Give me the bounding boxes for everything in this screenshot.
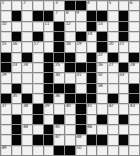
cell-r14-c1[interactable] [12,146,22,155]
cell-r9-c1[interactable]: 35 [12,94,22,103]
cell-r6-c4 [44,63,54,72]
cell-r13-c0[interactable] [1,135,11,144]
cell-r12-c7 [76,125,86,134]
cell-r11-c5 [54,115,64,124]
cell-r3-c4[interactable] [44,32,54,41]
clue-number-8: 8 [66,11,68,16]
cell-r7-c6[interactable] [65,73,75,82]
clue-number-40: 40 [66,104,71,109]
cell-r10-c7 [76,104,86,113]
cell-r7-c7[interactable]: 31 [76,73,86,82]
cell-r5-c11[interactable] [119,53,129,62]
cell-r11-c7 [76,115,86,124]
cell-r13-c6[interactable] [65,135,75,144]
cell-r8-c5 [54,84,64,93]
cell-r9-c11[interactable] [119,94,129,103]
clue-number-6: 6 [130,1,132,6]
cell-r0-c4[interactable] [44,1,54,10]
cell-r6-c11 [119,63,129,72]
cell-r1-c6[interactable]: 8 [65,11,75,20]
cell-r6-c6 [65,63,75,72]
clue-number-39: 39 [44,104,49,109]
cell-r9-c7 [76,94,86,103]
cell-r4-c8[interactable] [87,42,97,51]
cell-r10-c4[interactable]: 39 [44,104,54,113]
clue-number-44: 44 [23,125,28,130]
cell-r3-c6[interactable] [65,32,75,41]
cell-r10-c6[interactable]: 40 [65,104,75,113]
cell-r10-c9[interactable] [97,104,107,113]
cell-r7-c2[interactable] [22,73,32,82]
clue-number-45: 45 [55,125,60,130]
cell-r3-c1 [12,32,22,41]
cell-r14-c8[interactable] [87,146,97,155]
cell-r10-c2[interactable]: 38 [22,104,32,113]
cell-r13-c11 [119,135,129,144]
cell-r4-c12[interactable] [129,42,139,51]
cell-r12-c6[interactable] [65,125,75,134]
cell-r8-c4 [44,84,54,93]
cell-r2-c5 [54,22,64,31]
cell-r12-c10[interactable] [108,125,118,134]
cell-r5-c4 [44,53,54,62]
cell-r3-c10[interactable] [108,32,118,41]
cell-r0-c8[interactable]: 4 [87,1,97,10]
cell-r7-c1[interactable] [12,73,22,82]
cell-r11-c10[interactable] [108,115,118,124]
clue-number-32: 32 [98,73,103,78]
cell-r6-c5[interactable]: 25 [54,63,64,72]
cell-r12-c5[interactable]: 45 [54,125,64,134]
cell-r9-c2 [22,94,32,103]
cell-r5-c6 [65,53,75,62]
cell-r8-c7[interactable] [76,84,86,93]
cell-r14-c11[interactable] [119,146,129,155]
cell-r4-c11[interactable]: 21 [119,42,129,51]
clue-number-34: 34 [98,84,103,89]
cell-r1-c5[interactable]: 7 [54,11,64,20]
cell-r1-c7[interactable]: 9 [76,11,86,20]
cell-r10-c1[interactable] [12,104,22,113]
cell-r4-c3[interactable]: 17 [33,42,43,51]
cell-r14-c2[interactable] [22,146,32,155]
cell-r0-c12[interactable]: 6 [129,1,139,10]
clue-number-3: 3 [55,1,57,6]
cell-r10-c3 [33,104,43,113]
cell-r8-c12 [129,84,139,93]
cell-r12-c1 [12,125,22,134]
cell-r1-c12[interactable] [129,11,139,20]
cell-r2-c2[interactable] [22,22,32,31]
clue-number-48: 48 [76,135,81,140]
cell-r10-c11[interactable] [119,104,129,113]
cell-r2-c12[interactable] [129,22,139,31]
clue-number-7: 7 [55,11,57,16]
cell-r7-c4 [44,73,54,82]
clue-number-38: 38 [23,104,28,109]
cell-r1-c0[interactable] [1,11,11,20]
cell-r10-c8[interactable]: 41 [87,104,97,113]
cell-r10-c12[interactable]: 43 [129,104,139,113]
cell-r14-c0[interactable]: 49 [1,146,11,155]
clue-number-28: 28 [130,63,135,68]
cell-r5-c12 [129,53,139,62]
clue-number-31: 31 [76,73,81,78]
clue-number-17: 17 [34,42,39,47]
cell-r0-c0[interactable]: 1 [1,1,11,10]
cell-r2-c1[interactable] [12,22,22,31]
cell-r3-c0[interactable] [1,32,11,41]
cell-r2-c11 [119,22,129,31]
cell-r6-c7 [76,63,86,72]
clue-number-47: 47 [55,135,60,140]
cell-r13-c7[interactable]: 48 [76,135,86,144]
cell-r5-c9[interactable]: 22 [97,53,107,62]
clue-number-10: 10 [2,22,7,27]
cell-r3-c5 [54,32,64,41]
cell-r2-c4[interactable]: 11 [44,22,54,31]
cell-r9-c9[interactable] [97,94,107,103]
cell-r7-c11[interactable]: 33 [119,73,129,82]
clue-number-42: 42 [108,104,113,109]
cell-r8-c2[interactable] [22,84,32,93]
cell-r6-c2[interactable]: 24 [22,63,32,72]
cell-r5-c0 [1,53,11,62]
cell-r12-c11[interactable] [119,125,129,134]
cell-r13-c12[interactable] [129,135,139,144]
clue-number-36: 36 [55,94,60,99]
clue-number-1: 1 [2,1,4,6]
clue-number-33: 33 [119,73,124,78]
clue-number-19: 19 [76,42,81,47]
clue-number-13: 13 [98,22,103,27]
cell-r5-c8 [87,53,97,62]
cell-r14-c10[interactable] [108,146,118,155]
clue-number-2: 2 [23,1,25,6]
cell-r13-c1 [12,135,22,144]
clue-number-23: 23 [12,63,17,68]
cell-r6-c9[interactable]: 26 [97,63,107,72]
cell-r0-c7 [76,1,86,10]
cell-r0-c3[interactable] [33,1,43,10]
clue-number-35: 35 [12,94,17,99]
cell-r7-c5[interactable]: 30 [54,73,64,82]
clue-number-16: 16 [12,42,17,47]
cell-r9-c0 [1,94,11,103]
cell-r9-c5[interactable]: 36 [54,94,64,103]
cell-r12-c9[interactable] [97,125,107,134]
cell-r6-c10[interactable]: 27 [108,63,118,72]
cell-r7-c8 [87,73,97,82]
clue-number-37: 37 [2,104,7,109]
cell-r11-c4[interactable] [44,115,54,124]
cell-r5-c2 [22,53,32,62]
cell-r4-c9 [97,42,107,51]
cell-r2-c9[interactable]: 13 [97,22,107,31]
cell-r13-c2[interactable] [22,135,32,144]
clue-number-15: 15 [2,42,7,47]
cell-r11-c0[interactable] [1,115,11,124]
cell-r7-c10[interactable] [108,73,118,82]
cell-r7-c9[interactable]: 32 [97,73,107,82]
clue-number-21: 21 [119,42,124,47]
cell-r12-c4 [44,125,54,134]
cell-r4-c5 [54,42,64,51]
cell-r2-c6[interactable]: 12 [65,22,75,31]
cell-r1-c9 [97,11,107,20]
cell-r4-c2[interactable] [22,42,32,51]
cell-r12-c12[interactable] [129,125,139,134]
cell-r4-c7[interactable]: 19 [76,42,86,51]
clue-number-43: 43 [130,104,135,109]
cell-r0-c1[interactable] [12,1,22,10]
clue-number-25: 25 [55,63,60,68]
cell-r10-c10[interactable]: 42 [108,104,118,113]
cell-r14-c5 [54,146,64,155]
cell-r4-c4[interactable] [44,42,54,51]
cell-r4-c6[interactable]: 18 [65,42,75,51]
cell-r11-c3 [33,115,43,124]
cell-r0-c2[interactable]: 2 [22,1,32,10]
cell-r4-c1[interactable]: 16 [12,42,22,51]
cell-r7-c3[interactable] [33,73,43,82]
clue-number-5: 5 [108,1,110,6]
cell-r5-c1[interactable] [12,53,22,62]
cell-r13-c4 [44,135,54,144]
cell-r8-c10[interactable] [108,84,118,93]
clue-number-18: 18 [66,42,71,47]
cell-r4-c10[interactable]: 20 [108,42,118,51]
clue-number-30: 30 [55,73,60,78]
cell-r3-c12[interactable] [129,32,139,41]
cell-r3-c2[interactable] [22,32,32,41]
cell-r9-c10 [108,94,118,103]
cell-r13-c5[interactable]: 47 [54,135,64,144]
cell-r6-c12[interactable]: 28 [129,63,139,72]
cell-r13-c8 [87,135,97,144]
cell-r14-c6 [65,146,75,155]
cell-r2-c10[interactable] [108,22,118,31]
cell-r14-c4[interactable] [44,146,54,155]
cell-r9-c6 [65,94,75,103]
clue-number-22: 22 [98,53,103,58]
cell-r0-c11[interactable] [119,1,129,10]
cell-r9-c12 [129,94,139,103]
cell-r2-c3[interactable] [33,22,43,31]
clue-number-50: 50 [76,146,81,151]
cell-r1-c3 [33,11,43,20]
cell-r4-c0[interactable]: 15 [1,42,11,51]
cell-r8-c3[interactable] [33,84,43,93]
cell-r8-c9[interactable]: 34 [97,84,107,93]
cell-r10-c5[interactable] [54,104,64,113]
cell-r11-c2[interactable] [22,115,32,124]
cell-r14-c9[interactable] [97,146,107,155]
cell-r1-c1 [12,11,22,20]
cell-r6-c8 [87,63,97,72]
cell-r0-c9[interactable] [97,1,107,10]
clue-number-41: 41 [87,104,92,109]
cell-r12-c8[interactable]: 46 [87,125,97,134]
cell-r0-c6 [65,1,75,10]
cell-r11-c9 [97,115,107,124]
cell-r3-c11 [119,32,129,41]
cell-r3-c9 [97,32,107,41]
cell-r6-c3[interactable] [33,63,43,72]
cell-r8-c6 [65,84,75,93]
cell-r1-c11 [119,11,129,20]
cell-r0-c10[interactable]: 5 [108,1,118,10]
clue-number-11: 11 [44,22,49,27]
cell-r6-c1[interactable]: 23 [12,63,22,72]
cell-r6-c0 [1,63,11,72]
cell-r3-c7 [76,32,86,41]
cell-r3-c8[interactable]: 14 [87,32,97,41]
cell-r7-c12[interactable] [129,73,139,82]
clue-number-14: 14 [87,32,92,37]
cell-r8-c1 [12,84,22,93]
cell-r2-c0[interactable]: 10 [1,22,11,31]
cell-r11-c6[interactable] [65,115,75,124]
cell-r13-c3 [33,135,43,144]
cell-r2-c7[interactable] [76,22,86,31]
cell-r10-c0[interactable]: 37 [1,104,11,113]
cell-r12-c2[interactable]: 44 [22,125,32,134]
cell-r7-c0[interactable]: 29 [1,73,11,82]
cell-r5-c10 [108,53,118,62]
cell-r1-c4 [44,11,54,20]
cell-r1-c8 [87,11,97,20]
cell-r14-c12[interactable] [129,146,139,155]
clue-number-29: 29 [2,73,7,78]
cell-r8-c8 [87,84,97,93]
clue-number-4: 4 [87,1,89,6]
cell-r9-c3[interactable] [33,94,43,103]
cell-r11-c1 [12,115,22,124]
cell-r12-c3[interactable] [33,125,43,134]
cell-r9-c8 [87,94,97,103]
cell-r3-c3 [33,32,43,41]
cell-r2-c8 [87,22,97,31]
cell-r8-c0[interactable] [1,84,11,93]
clue-number-24: 24 [23,63,28,68]
cell-r12-c0[interactable] [1,125,11,134]
cell-r13-c10[interactable] [108,135,118,144]
clue-number-9: 9 [76,11,78,16]
clue-number-46: 46 [87,125,92,130]
cell-r0-c5[interactable]: 3 [54,1,64,10]
clue-number-26: 26 [98,63,103,68]
cell-r11-c12[interactable] [129,115,139,124]
cell-r1-c2[interactable] [22,11,32,20]
cell-r14-c3[interactable] [33,146,43,155]
cell-r5-c5 [54,53,64,62]
crossword-grid: 1234567891011121314151617181920212223242… [0,0,140,156]
clue-number-12: 12 [66,22,71,27]
cell-r9-c4 [44,94,54,103]
clue-number-27: 27 [108,63,113,68]
cell-r8-c11[interactable] [119,84,129,93]
cell-r14-c7[interactable]: 50 [76,146,86,155]
cell-r1-c10[interactable] [108,11,118,20]
cell-r11-c11 [119,115,129,124]
cell-r5-c7[interactable] [76,53,86,62]
clue-number-20: 20 [108,42,113,47]
cell-r11-c8[interactable] [87,115,97,124]
clue-number-49: 49 [2,146,7,151]
cell-r5-c3[interactable] [33,53,43,62]
cell-r13-c9 [97,135,107,144]
